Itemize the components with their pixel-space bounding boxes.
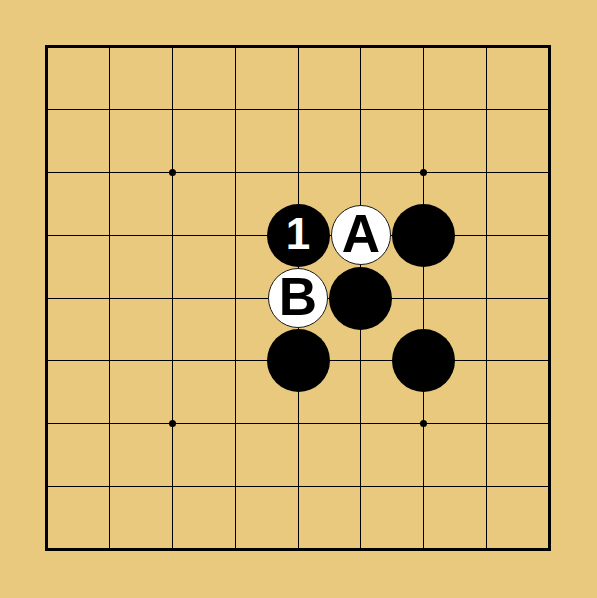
grid-line-horizontal <box>45 423 551 424</box>
black-stone-e4 <box>267 329 330 392</box>
grid-line-vertical <box>486 45 487 551</box>
go-diagram: 1AB <box>0 0 597 598</box>
stone-label: B <box>279 270 317 326</box>
stone-label: 1 <box>286 212 310 259</box>
black-stone-e6: 1 <box>267 204 330 267</box>
black-stone-g6 <box>392 204 455 267</box>
star-point <box>420 169 427 176</box>
black-stone-f5 <box>329 267 392 330</box>
grid-line-vertical <box>423 45 424 551</box>
white-circle-point-e5[interactable]: B <box>268 268 328 328</box>
go-board[interactable]: 1AB <box>0 0 597 598</box>
grid-line-horizontal <box>45 486 551 487</box>
star-point <box>169 420 176 427</box>
stone-label: A <box>342 207 380 263</box>
star-point <box>169 169 176 176</box>
white-circle-point-f6[interactable]: A <box>331 205 391 265</box>
